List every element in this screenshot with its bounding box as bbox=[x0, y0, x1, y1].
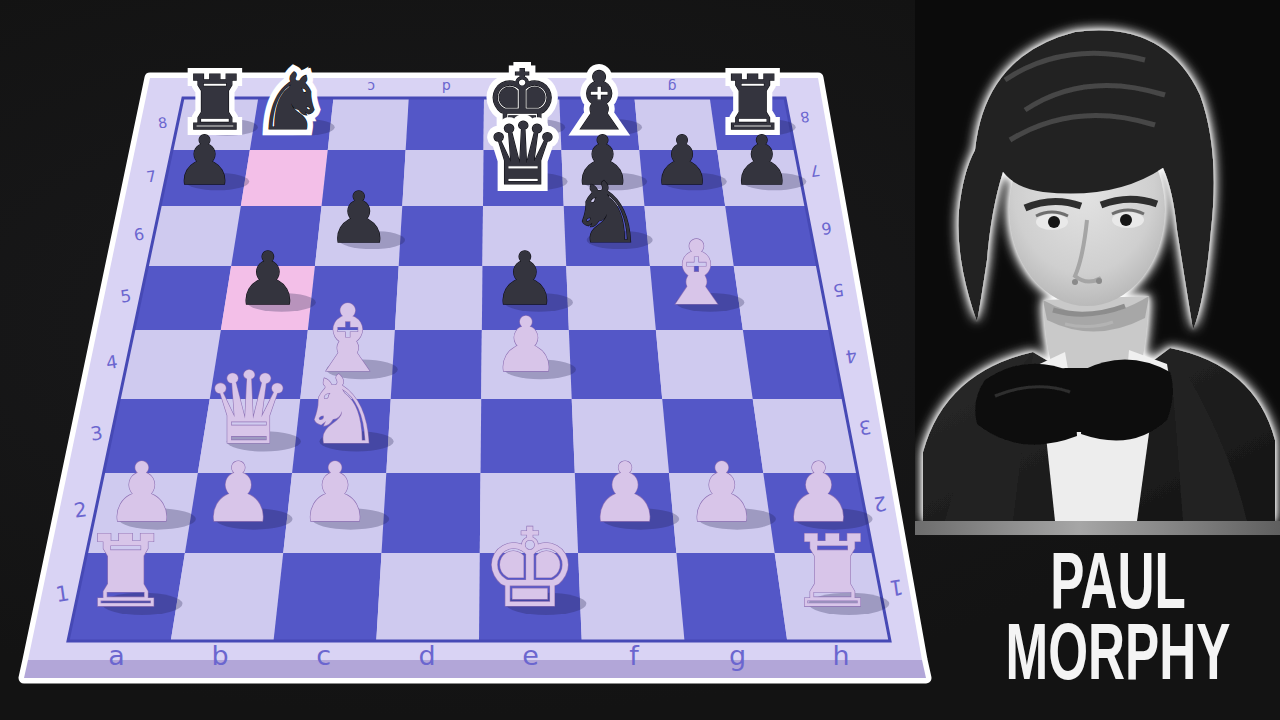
square-d1 bbox=[376, 553, 480, 641]
piece-white-rook-h1: ♜ bbox=[788, 514, 877, 629]
piece-white-rook-a1: ♜ bbox=[82, 514, 171, 629]
square-g4 bbox=[656, 330, 753, 399]
file-label-c-top: c bbox=[367, 79, 375, 95]
square-f4 bbox=[569, 330, 662, 399]
file-label-a-bottom: a bbox=[108, 640, 125, 671]
file-label-b-bottom: b bbox=[212, 640, 229, 671]
square-a6 bbox=[147, 206, 240, 266]
square-c1 bbox=[274, 553, 382, 641]
square-g1 bbox=[676, 553, 787, 641]
thumbnail-stage: aabbccddeeffgghh8877665544332211♜♜♞♞♚♚♝♝… bbox=[0, 0, 1280, 720]
square-b1 bbox=[171, 553, 283, 641]
square-b7 bbox=[241, 150, 328, 206]
paul-morphy-portrait bbox=[915, 0, 1280, 545]
file-label-h-bottom: h bbox=[833, 640, 850, 671]
square-d3 bbox=[386, 399, 481, 473]
board-side-face bbox=[24, 660, 926, 678]
square-h4 bbox=[743, 330, 843, 399]
file-label-g-bottom: g bbox=[729, 640, 746, 671]
piece-black-knight-f6: ♞ bbox=[569, 164, 644, 262]
piece-white-bishop-g5: ♝ bbox=[656, 221, 736, 325]
square-h5 bbox=[734, 266, 830, 330]
square-d7 bbox=[402, 150, 483, 206]
square-h6 bbox=[725, 206, 817, 266]
piece-white-pawn-e4: ♟ bbox=[492, 301, 560, 389]
square-f1 bbox=[578, 553, 684, 641]
piece-white-pawn-g2: ♟ bbox=[685, 445, 759, 540]
square-d5 bbox=[395, 266, 483, 330]
iris-left bbox=[1048, 216, 1060, 228]
file-label-e-bottom: e bbox=[522, 640, 539, 671]
piece-black-knight-b8: ♞ bbox=[257, 56, 327, 147]
nostril-left bbox=[1072, 279, 1078, 285]
square-d2 bbox=[382, 473, 481, 553]
piece-black-pawn-b5: ♟ bbox=[235, 236, 300, 321]
square-a5 bbox=[134, 266, 231, 330]
file-label-d-top: d bbox=[442, 79, 451, 95]
piece-black-pawn-h7: ♟ bbox=[731, 121, 792, 200]
piece-black-queen-e7: ♛ bbox=[484, 104, 561, 204]
square-c8 bbox=[328, 98, 409, 150]
nostril-right bbox=[1096, 278, 1102, 284]
piece-black-pawn-g7: ♟ bbox=[652, 121, 713, 200]
caption: PAUL MORPHY bbox=[938, 546, 1280, 688]
file-label-g-top: g bbox=[668, 79, 677, 95]
piece-white-king-e1: ♚ bbox=[481, 505, 579, 632]
chessboard-3d: aabbccddeeffgghh8877665544332211♜♜♞♞♚♚♝♝… bbox=[0, 0, 960, 720]
file-label-c-bottom: c bbox=[316, 640, 331, 671]
piece-white-pawn-b2: ♟ bbox=[202, 445, 276, 540]
piece-white-pawn-f2: ♟ bbox=[588, 445, 662, 540]
file-label-f-bottom: f bbox=[629, 640, 640, 671]
square-f5 bbox=[566, 266, 656, 330]
piece-white-pawn-c2: ♟ bbox=[298, 445, 372, 540]
piece-black-pawn-a7: ♟ bbox=[174, 121, 235, 200]
square-e3 bbox=[481, 399, 575, 473]
square-d4 bbox=[391, 330, 482, 399]
piece-black-pawn-c6: ♟ bbox=[327, 177, 390, 259]
photo-bottom-bar bbox=[915, 521, 1280, 535]
bow-tie-knot bbox=[1055, 368, 1113, 432]
caption-line-2: MORPHY bbox=[967, 606, 1269, 698]
square-d6 bbox=[399, 206, 483, 266]
square-d8 bbox=[406, 98, 484, 150]
iris-right bbox=[1120, 214, 1132, 226]
file-label-d-bottom: d bbox=[419, 640, 436, 671]
